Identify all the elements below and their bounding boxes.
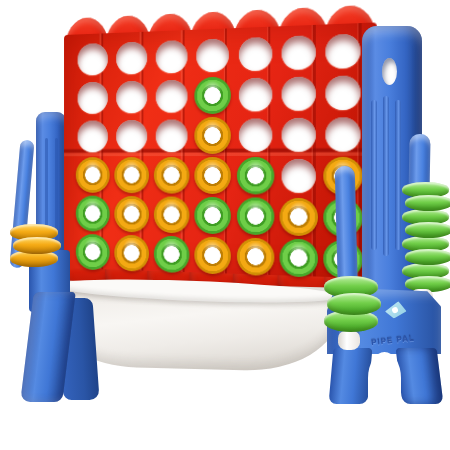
hole <box>77 42 107 75</box>
hole <box>282 76 316 111</box>
cell-r6c1[interactable] <box>73 232 112 272</box>
hole <box>116 41 147 74</box>
cell-r3c6[interactable] <box>277 113 321 154</box>
green-ring <box>280 238 318 277</box>
right-outer-foot <box>396 348 444 404</box>
hole <box>282 35 316 70</box>
cell-r1c1[interactable] <box>73 39 112 79</box>
yellow-ring <box>237 237 274 276</box>
yellow-ring <box>280 197 318 236</box>
cell-r6c4[interactable] <box>192 235 234 276</box>
hole <box>326 117 361 152</box>
cell-r6c5[interactable] <box>234 235 277 277</box>
green-ring <box>154 235 190 273</box>
hole <box>77 81 107 113</box>
cell-r1c6[interactable] <box>277 31 321 73</box>
green-ring <box>195 196 232 234</box>
hole <box>282 117 316 151</box>
left-post-ring-stack[interactable] <box>10 228 58 267</box>
yellow-ring <box>154 196 190 233</box>
hole <box>326 75 361 110</box>
yellow-ring <box>195 236 232 274</box>
cell-r2c4[interactable] <box>192 74 234 115</box>
yellow-ring <box>114 195 149 232</box>
cell-r5c3[interactable] <box>152 194 193 234</box>
hole <box>116 80 147 113</box>
cell-r5c5[interactable] <box>234 195 277 236</box>
yellow-ring <box>154 157 190 194</box>
right-leg-arch <box>368 352 401 404</box>
yellow-ring <box>195 156 232 193</box>
green-ring <box>237 156 274 194</box>
yellow-ring <box>114 157 149 193</box>
upright-rib <box>383 96 389 256</box>
cell-r5c1[interactable] <box>73 194 112 233</box>
cell-r6c3[interactable] <box>152 234 193 275</box>
handle-hole <box>382 58 397 85</box>
connect-four-board <box>64 5 377 318</box>
cell-r5c4[interactable] <box>192 195 234 236</box>
cell-r3c2[interactable] <box>112 116 152 155</box>
hole <box>197 38 230 72</box>
hole <box>239 36 272 71</box>
green-toss-ring[interactable] <box>405 195 450 211</box>
green-toss-ring[interactable] <box>405 249 450 265</box>
cell-r4c4[interactable] <box>192 155 234 195</box>
rear-right-post-ring-stack[interactable] <box>402 184 449 292</box>
hole <box>77 120 107 152</box>
hole <box>156 79 188 112</box>
green-ring <box>75 233 109 270</box>
green-toss-ring[interactable] <box>327 293 381 315</box>
amber-toss-ring[interactable] <box>13 237 61 254</box>
hole <box>156 39 188 73</box>
cell-r4c6[interactable] <box>277 155 321 196</box>
cell-r4c1[interactable] <box>73 155 112 194</box>
right-inner-foot <box>329 348 373 404</box>
hole <box>282 158 316 192</box>
cell-r1c7[interactable] <box>321 29 366 72</box>
hole <box>239 77 272 111</box>
green-ring <box>237 197 274 235</box>
cell-r2c6[interactable] <box>277 72 321 114</box>
board-grid <box>73 29 366 280</box>
cell-r2c3[interactable] <box>152 76 193 116</box>
cell-r2c2[interactable] <box>112 77 152 117</box>
cell-r1c2[interactable] <box>112 37 152 77</box>
front-post-base-cylinder <box>338 331 360 350</box>
cell-r3c1[interactable] <box>73 116 112 155</box>
cell-r6c2[interactable] <box>112 233 152 273</box>
green-ring <box>195 76 232 114</box>
yellow-ring <box>114 234 149 271</box>
cell-r1c4[interactable] <box>192 34 234 75</box>
cell-r4c3[interactable] <box>152 155 193 195</box>
cell-r6c6[interactable] <box>277 236 321 278</box>
giant-connect-four-scene: PIPE PAL <box>0 0 450 450</box>
cell-r2c5[interactable] <box>234 73 277 114</box>
cell-r3c5[interactable] <box>234 114 277 155</box>
green-ring <box>75 195 109 231</box>
cell-r1c3[interactable] <box>152 36 193 77</box>
cell-r5c2[interactable] <box>112 194 152 234</box>
yellow-ring <box>75 157 109 193</box>
cell-r1c5[interactable] <box>234 33 277 75</box>
cell-r4c2[interactable] <box>112 155 152 194</box>
hole <box>116 119 147 151</box>
hole <box>239 118 272 152</box>
upright-rib <box>371 100 377 250</box>
front-right-post-ring-stack[interactable] <box>324 281 378 332</box>
cell-r3c3[interactable] <box>152 115 193 155</box>
hole <box>326 33 361 68</box>
hole <box>156 119 188 152</box>
cell-r2c7[interactable] <box>321 71 366 113</box>
cell-r3c4[interactable] <box>192 115 234 155</box>
green-toss-ring[interactable] <box>405 222 450 238</box>
cell-r2c1[interactable] <box>73 78 112 117</box>
upright-rib <box>395 100 401 250</box>
cell-r4c5[interactable] <box>234 155 277 196</box>
yellow-ring <box>195 116 232 153</box>
cell-r5c6[interactable] <box>277 196 321 238</box>
cell-r3c7[interactable] <box>321 113 366 155</box>
